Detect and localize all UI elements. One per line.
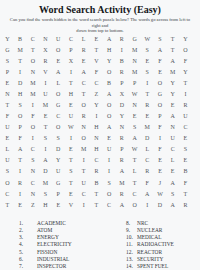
grid-cell: E (1, 77, 14, 88)
word-label: ACADEMIC (37, 220, 66, 226)
grid-cell: A (115, 166, 128, 177)
grid-cell: E (166, 166, 179, 177)
word-number: 2. (15, 227, 37, 234)
word-number: 13. (124, 256, 137, 263)
grid-cell: R (141, 99, 154, 110)
grid-cell: T (65, 77, 78, 88)
grid-cell: P (65, 44, 78, 55)
grid-cell: U (166, 133, 179, 144)
grid-cell: R (115, 33, 128, 44)
grid-cell: R (90, 166, 103, 177)
grid-cell: S (39, 133, 52, 144)
page-title: Word Search Activity (Easy) (0, 4, 200, 15)
grid-cell: A (103, 33, 116, 44)
grid-cell: A (166, 199, 179, 210)
grid-cell: S (26, 155, 39, 166)
grid-cell: M (141, 122, 154, 133)
grid-cell: F (90, 66, 103, 77)
grid-cell: C (141, 155, 154, 166)
grid-cell: L (52, 77, 65, 88)
grid-cell: S (39, 188, 52, 199)
word-number: 6. (15, 256, 37, 263)
grid-cell: A (52, 66, 65, 77)
grid-cell: N (26, 66, 39, 77)
grid-cell: I (26, 133, 39, 144)
grid-cell: M (128, 66, 141, 77)
grid-cell: E (128, 111, 141, 122)
grid-cell: W (128, 88, 141, 99)
word-label: ENERGY (37, 234, 59, 240)
grid-cell: I (103, 155, 116, 166)
grid-cell: S (1, 166, 14, 177)
grid-cell: Y (103, 55, 116, 66)
grid-cell: F (154, 122, 167, 133)
grid-cell: T (90, 44, 103, 55)
grid-cell: S (1, 55, 14, 66)
grid-cell: M (77, 144, 90, 155)
word-list-item: 1.ACADEMIC (15, 220, 72, 227)
grid-cell: C (26, 144, 39, 155)
word-list-item: 13.SECURITY (124, 256, 174, 263)
grid-cell: T (14, 55, 27, 66)
word-label: SECURITY (137, 256, 163, 262)
grid-cell: E (52, 55, 65, 66)
grid-cell: A (166, 55, 179, 66)
word-list-left: 1.ACADEMIC2.ATOM3.ENERGY4.ELECTRICITY5.F… (15, 220, 72, 270)
grid-cell: I (77, 155, 90, 166)
grid-cell: O (77, 133, 90, 144)
grid-cell: C (77, 77, 90, 88)
grid-cell: L (77, 33, 90, 44)
grid-cell: F (141, 177, 154, 188)
grid-cell: N (90, 133, 103, 144)
grid-cell: T (141, 88, 154, 99)
word-list-item: 11.RADIOACTIVE (124, 241, 174, 248)
grid-cell: P (154, 111, 167, 122)
grid-cell: R (115, 66, 128, 77)
grid-cell: R (179, 99, 192, 110)
grid-cell: G (52, 99, 65, 110)
grid-cell: E (103, 133, 116, 144)
grid-cell: L (141, 144, 154, 155)
grid-cell: N (26, 166, 39, 177)
grid-cell: U (65, 111, 78, 122)
word-list-item: 8.NRC (124, 220, 174, 227)
grid-cell: B (115, 55, 128, 66)
grid-cell: E (39, 111, 52, 122)
grid-cell: I (65, 66, 78, 77)
grid-cell: M (166, 66, 179, 77)
word-number: 11. (124, 241, 137, 248)
grid-cell: S (141, 44, 154, 55)
grid-cell: M (128, 44, 141, 55)
grid-cell: R (141, 166, 154, 177)
grid-cell: A (103, 88, 116, 99)
grid-cell: P (1, 66, 14, 77)
grid-cell: Z (90, 88, 103, 99)
grid-cell: C (90, 77, 103, 88)
grid-cell: H (39, 199, 52, 210)
grid-cell: F (179, 55, 192, 66)
grid-cell: S (166, 188, 179, 199)
grid-cell: T (90, 199, 103, 210)
grid-cell: P (52, 188, 65, 199)
grid-cell: W (141, 33, 154, 44)
grid-cell: C (77, 188, 90, 199)
grid-cell: N (115, 122, 128, 133)
grid-cell: P (128, 77, 141, 88)
grid-cell: X (115, 88, 128, 99)
word-number: 3. (15, 234, 37, 241)
grid-cell: F (1, 111, 14, 122)
word-label: INDUSTRIAL (37, 256, 69, 262)
word-list-item: 4.ELECTRICITY (15, 241, 72, 248)
grid-cell: S (65, 166, 78, 177)
grid-cell: R (14, 177, 27, 188)
grid-cell: O (77, 99, 90, 110)
grid-cell: B (14, 33, 27, 44)
grid-cell: M (26, 77, 39, 88)
grid-cell: Y (90, 99, 103, 110)
grid-cell: I (14, 66, 27, 77)
grid-cell: O (52, 44, 65, 55)
grid-cell: A (77, 66, 90, 77)
grid-cell: H (14, 88, 27, 99)
grid-cell: C (1, 188, 14, 199)
grid-cell: T (1, 99, 14, 110)
grid-cell: Y (166, 88, 179, 99)
grid-cell: G (52, 177, 65, 188)
word-label: ATOM (37, 227, 52, 233)
word-label: ELECTRICITY (37, 241, 72, 247)
word-list-item: 10.MEDICAL (124, 234, 174, 241)
grid-cell: N (77, 122, 90, 133)
word-number: 10. (124, 234, 137, 241)
grid-cell: U (103, 144, 116, 155)
grid-cell: A (39, 155, 52, 166)
grid-cell: C (179, 122, 192, 133)
grid-cell: S (154, 33, 167, 44)
grid-cell: O (26, 122, 39, 133)
word-number: 12. (124, 249, 137, 256)
grid-cell: N (128, 55, 141, 66)
grid-cell: E (77, 55, 90, 66)
grid-cell: D (39, 166, 52, 177)
grid-cell: H (65, 88, 78, 99)
grid-cell: E (154, 155, 167, 166)
grid-cell: V (90, 55, 103, 66)
grid-cell: U (179, 111, 192, 122)
grid-cell: N (1, 88, 14, 99)
grid-cell: T (39, 122, 52, 133)
grid-cell: O (103, 188, 116, 199)
grid-cell: S (141, 66, 154, 77)
grid-cell: N (166, 122, 179, 133)
grid-cell: C (26, 33, 39, 44)
grid-cell: T (179, 188, 192, 199)
word-list-item: 6.INDUSTRIAL (15, 256, 72, 263)
grid-cell: C (52, 111, 65, 122)
grid-cell: L (1, 144, 14, 155)
grid-cell: I (103, 166, 116, 177)
word-label: NUCLEAR (137, 227, 162, 233)
word-label: MEDICAL (137, 234, 162, 240)
word-list-item: 7.INSPECTOR (15, 263, 72, 270)
grid-cell: E (65, 99, 78, 110)
grid-cell: I (141, 199, 154, 210)
grid-cell: O (154, 77, 167, 88)
word-list-item: 12.REACTOR (124, 249, 174, 256)
grid-cell: C (65, 33, 78, 44)
grid-cell: C (166, 144, 179, 155)
grid-cell: X (39, 44, 52, 55)
grid-cell: G (1, 44, 14, 55)
grid-cell: V (65, 199, 78, 210)
word-label: INSPECTOR (37, 263, 66, 269)
grid-cell: E (141, 55, 154, 66)
word-number: 7. (15, 263, 37, 270)
grid-cell: C (90, 155, 103, 166)
word-number: 8. (124, 220, 137, 227)
grid-cell: F (154, 144, 167, 155)
grid-cell: U (1, 155, 14, 166)
grid-cell: Y (1, 33, 14, 44)
grid-cell: S (52, 133, 65, 144)
grid-cell: J (154, 177, 167, 188)
grid-cell: V (39, 66, 52, 77)
word-list-item: 3.ENERGY (15, 234, 72, 241)
grid-cell: O (128, 199, 141, 210)
grid-cell: H (90, 122, 103, 133)
grid-cell: I (14, 188, 27, 199)
grid-cell: U (52, 166, 65, 177)
grid-cell: D (52, 144, 65, 155)
word-number: 9. (124, 227, 137, 234)
grid-cell: T (90, 188, 103, 199)
grid-cell: R (115, 188, 128, 199)
grid-cell: O (103, 111, 116, 122)
grid-cell: I (39, 144, 52, 155)
grid-cell: W (128, 144, 141, 155)
grid-cell: L (128, 166, 141, 177)
grid-cell: M (39, 177, 52, 188)
grid-cell: S (179, 144, 192, 155)
grid-cell: E (141, 111, 154, 122)
grid-cell: R (77, 111, 90, 122)
grid-cell: G (128, 33, 141, 44)
word-label: FISSION (37, 249, 57, 255)
grid-cell: W (65, 122, 78, 133)
grid-cell: O (154, 99, 167, 110)
grid-cell: I (154, 133, 167, 144)
grid-cell: A (115, 199, 128, 210)
grid-cell: O (52, 88, 65, 99)
grid-cell: T (166, 44, 179, 55)
grid-cell: O (1, 177, 14, 188)
word-number: 1. (15, 220, 37, 227)
grid-cell: M (14, 44, 27, 55)
grid-cell: E (14, 199, 27, 210)
grid-cell: F (26, 111, 39, 122)
grid-cell: T (77, 166, 90, 177)
word-number: 5. (15, 249, 37, 256)
grid-cell: Z (26, 199, 39, 210)
grid-cell: H (90, 144, 103, 155)
word-list-item: 2.ATOM (15, 227, 72, 234)
grid-cell: I (65, 133, 78, 144)
grid-cell: E (90, 33, 103, 44)
grid-cell: R (77, 44, 90, 55)
grid-cell: D (14, 77, 27, 88)
grid-cell: T (14, 155, 27, 166)
grid-cell: E (166, 99, 179, 110)
grid-cell: U (1, 122, 14, 133)
grid-cell: O (14, 111, 27, 122)
grid-cell: L (166, 155, 179, 166)
grid-cell: A (128, 133, 141, 144)
grid-cell: C (128, 188, 141, 199)
grid-cell: F (179, 177, 192, 188)
word-label: SPENT FUEL (137, 263, 168, 269)
grid-cell: D (154, 199, 167, 210)
grid-cell: T (128, 177, 141, 188)
grid-cell: I (90, 111, 103, 122)
grid-cell: R (115, 155, 128, 166)
grid-cell: N (128, 99, 141, 110)
grid-cell: I (26, 99, 39, 110)
grid-cell: S (128, 122, 141, 133)
word-label: RADIOACTIVE (137, 241, 174, 247)
grid-cell: Y (115, 111, 128, 122)
grid-cell: O (52, 122, 65, 133)
grid-cell: P (115, 77, 128, 88)
grid-cell: Y (52, 155, 65, 166)
grid-cell: P (14, 122, 27, 133)
grid-cell: T (1, 199, 14, 210)
grid-cell: W (154, 188, 167, 199)
instructions: Can you find the words hidden in the wor… (8, 17, 192, 34)
grid-cell: B (90, 177, 103, 188)
grid-cell: H (103, 44, 116, 55)
grid-cell: I (14, 166, 27, 177)
grid-cell: I (77, 199, 90, 210)
grid-cell: E (154, 166, 167, 177)
grid-cell: A (154, 44, 167, 55)
grid-cell: C (26, 177, 39, 188)
grid-cell: I (115, 44, 128, 55)
grid-cell: B (103, 77, 116, 88)
word-label: REACTOR (137, 249, 162, 255)
word-list-item: 9.NUCLEAR (124, 227, 174, 234)
grid-cell: Y (166, 77, 179, 88)
grid-cell: E (65, 144, 78, 155)
grid-cell: S (14, 99, 27, 110)
grid-cell: E (179, 133, 192, 144)
grid-cell: I (179, 88, 192, 99)
grid-cell: U (39, 88, 52, 99)
grid-cell: E (154, 66, 167, 77)
grid-cell: A (166, 177, 179, 188)
grid-cell: I (39, 77, 52, 88)
grid-cell: O (179, 44, 192, 55)
grid-cell: E (52, 199, 65, 210)
grid-cell: T (128, 155, 141, 166)
grid-cell: R (39, 55, 52, 66)
grid-cell: A (14, 144, 27, 155)
grid-cell: X (65, 55, 78, 66)
grid-cell: O (26, 55, 39, 66)
grid-cell: T (65, 177, 78, 188)
grid-cell: U (52, 33, 65, 44)
grid-cell: F (14, 133, 27, 144)
word-number: 14. (124, 263, 137, 270)
grid-cell: D (115, 99, 128, 110)
grid-cell: G (154, 88, 167, 99)
word-list-item: 5.FISSION (15, 249, 72, 256)
grid-cell: M (115, 177, 128, 188)
grid-cell: T (65, 155, 78, 166)
grid-cell: O (103, 66, 116, 77)
grid-cell: A (103, 122, 116, 133)
grid-cell: S (103, 177, 116, 188)
grid-cell: E (179, 155, 192, 166)
grid-cell: M (26, 88, 39, 99)
grid-cell: N (26, 188, 39, 199)
word-grid: YBCNUCLEARGWSTYGMTXOPRTHIMSATOSTOREXEVYB… (1, 33, 192, 210)
word-list-item: 14.SPENT FUEL (124, 263, 174, 270)
grid-cell: M (39, 99, 52, 110)
grid-cell: D (141, 133, 154, 144)
grid-cell: Y (179, 66, 192, 77)
grid-cell: T (166, 33, 179, 44)
grid-cell: O (103, 99, 116, 110)
grid-cell: A (166, 111, 179, 122)
grid-cell: P (115, 144, 128, 155)
word-label: NRC (137, 220, 148, 226)
grid-cell: E (65, 188, 78, 199)
word-number: 4. (15, 241, 37, 248)
grid-cell: N (39, 33, 52, 44)
grid-cell: A (141, 188, 154, 199)
grid-cell: R (179, 199, 192, 210)
instructions-line-1: Can you find the words hidden in the wor… (8, 17, 192, 28)
grid-cell: T (179, 77, 192, 88)
grid-cell: R (115, 133, 128, 144)
grid-cell: E (1, 133, 14, 144)
grid-cell: I (141, 77, 154, 88)
word-list-right: 8.NRC9.NUCLEAR10.MEDICAL11.RADIOACTIVE12… (124, 220, 174, 270)
grid-cell: C (103, 199, 116, 210)
grid-cell: T (26, 44, 39, 55)
grid-cell: U (77, 177, 90, 188)
grid-cell: Y (179, 33, 192, 44)
grid-cell: T (77, 88, 90, 99)
grid-cell: B (179, 166, 192, 177)
grid-cell: F (154, 55, 167, 66)
